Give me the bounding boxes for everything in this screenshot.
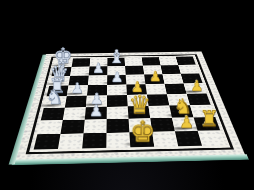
square-c6 bbox=[88, 75, 107, 85]
square-f1 bbox=[152, 131, 178, 146]
square-b1 bbox=[58, 133, 84, 149]
square-c2 bbox=[84, 119, 107, 133]
chess-3d-scene: ♚♝♝♟♛♟♟♜♟♟♟♞♟♟♛♞♟♜♚ bbox=[0, 0, 254, 190]
piece-gold-pawn-h5[interactable]: ♟ bbox=[190, 79, 203, 93]
square-c3: ♟ bbox=[85, 107, 107, 120]
square-f8 bbox=[142, 57, 161, 66]
piece-gold-pawn-g2[interactable]: ♟ bbox=[179, 114, 194, 130]
square-b2 bbox=[60, 120, 84, 134]
board-stage: ♚♝♝♟♛♟♟♜♟♟♟♞♟♟♛♞♟♜♚ bbox=[25, 19, 228, 171]
square-b3 bbox=[63, 107, 86, 120]
square-a2 bbox=[37, 120, 62, 134]
square-a3 bbox=[41, 108, 65, 121]
square-a4: ♞ bbox=[44, 96, 67, 108]
square-a1 bbox=[34, 134, 61, 150]
square-e1: ♚ bbox=[129, 132, 154, 147]
square-h7 bbox=[178, 65, 199, 74]
piece-gold-rook-h2[interactable]: ♜ bbox=[199, 108, 219, 130]
square-b5: ♟ bbox=[67, 85, 88, 96]
square-d2 bbox=[106, 119, 129, 133]
square-c7: ♟ bbox=[89, 66, 108, 75]
square-e8 bbox=[125, 57, 143, 66]
square-b4 bbox=[65, 96, 87, 108]
square-h1 bbox=[198, 130, 226, 145]
square-e7 bbox=[125, 66, 144, 75]
square-g2: ♟ bbox=[172, 117, 198, 131]
board-frame: ♚♝♝♟♛♟♟♜♟♟♟♞♟♟♛♞♟♜♚ bbox=[26, 54, 234, 154]
piece-silver-knight-a4[interactable]: ♞ bbox=[45, 87, 63, 107]
piece-silver-pawn-b5[interactable]: ♟ bbox=[70, 81, 83, 95]
square-h2: ♜ bbox=[194, 117, 221, 131]
square-c1 bbox=[82, 133, 106, 149]
square-d6: ♟ bbox=[107, 75, 126, 85]
square-f6: ♟ bbox=[144, 74, 164, 84]
square-b8 bbox=[72, 58, 91, 67]
square-h8 bbox=[176, 57, 196, 65]
piece-silver-pawn-c7[interactable]: ♟ bbox=[92, 62, 104, 75]
square-d4 bbox=[107, 95, 128, 107]
board-grid: ♚♝♝♟♛♟♟♜♟♟♟♞♟♟♛♞♟♜♚ bbox=[34, 57, 226, 150]
piece-gold-pawn-f6[interactable]: ♟ bbox=[149, 70, 161, 84]
piece-gold-king-e1[interactable]: ♚ bbox=[129, 118, 155, 147]
square-d5 bbox=[107, 85, 127, 96]
piece-silver-pawn-d6[interactable]: ♟ bbox=[111, 71, 123, 85]
chess-board: ♚♝♝♟♛♟♟♜♟♟♟♞♟♟♛♞♟♜♚ bbox=[15, 51, 245, 160]
board-glass-edge-near bbox=[11, 154, 249, 165]
piece-silver-bishop-d8[interactable]: ♝ bbox=[108, 47, 125, 65]
piece-silver-pawn-c3[interactable]: ♟ bbox=[89, 103, 103, 119]
square-h5: ♟ bbox=[184, 83, 207, 94]
square-d8: ♝ bbox=[107, 58, 125, 67]
